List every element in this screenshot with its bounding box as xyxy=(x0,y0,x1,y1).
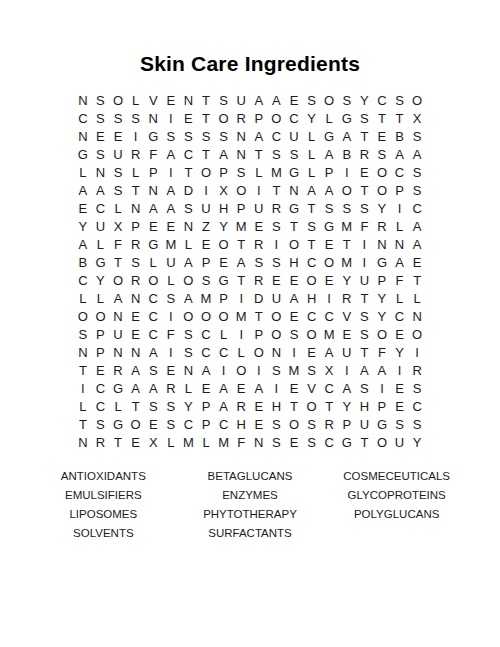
grid-cell: F xyxy=(356,217,374,235)
grid-cell: C xyxy=(320,434,338,452)
grid-cell: F xyxy=(391,271,409,289)
grid-cell: Y xyxy=(391,344,409,362)
grid-cell: T xyxy=(356,127,374,145)
grid-cell: E xyxy=(320,271,338,289)
grid-cell: S xyxy=(92,416,110,434)
grid-cell: T xyxy=(250,145,268,163)
grid-cell: T xyxy=(356,344,374,362)
grid-cell: O xyxy=(320,253,338,271)
grid-cell: M xyxy=(268,163,286,181)
grid-cell: A xyxy=(162,199,180,217)
grid-cell: O xyxy=(408,91,426,109)
grid-cell: F xyxy=(144,145,162,163)
grid-cell: A xyxy=(109,290,127,308)
grid-cell: A xyxy=(162,181,180,199)
grid-cell: C xyxy=(180,145,198,163)
grid-cell: A xyxy=(144,380,162,398)
grid-cell: S xyxy=(356,308,374,326)
grid-cell: E xyxy=(74,199,92,217)
grid-cell: P xyxy=(250,326,268,344)
grid-cell: I xyxy=(74,380,92,398)
grid-cell: E xyxy=(285,380,303,398)
grid-cell: N xyxy=(74,434,92,452)
grid-cell: S xyxy=(408,416,426,434)
grid-cell: I xyxy=(268,235,286,253)
grid-cell: C xyxy=(144,326,162,344)
grid-cell: E xyxy=(285,91,303,109)
grid-cell: S xyxy=(92,145,110,163)
grid-cell: T xyxy=(232,271,250,289)
grid-cell: C xyxy=(197,344,215,362)
grid-cell: A xyxy=(338,380,356,398)
grid-cell: L xyxy=(162,271,180,289)
grid-cell: P xyxy=(215,290,233,308)
grid-cell: E xyxy=(162,217,180,235)
grid-cell: A xyxy=(144,344,162,362)
grid-cell: E xyxy=(268,271,286,289)
grid-cell: I xyxy=(356,235,374,253)
grid-cell: R xyxy=(127,271,145,289)
grid-cell: S xyxy=(285,145,303,163)
grid-cell: C xyxy=(92,199,110,217)
grid-cell: C xyxy=(215,344,233,362)
grid-cell: M xyxy=(320,326,338,344)
grid-cell: A xyxy=(144,199,162,217)
grid-cell: A xyxy=(127,362,145,380)
grid-cell: C xyxy=(303,308,321,326)
grid-cell: M xyxy=(215,434,233,452)
grid-cell: L xyxy=(320,109,338,127)
grid-cell: T xyxy=(197,109,215,127)
grid-cell: C xyxy=(180,416,198,434)
grid-cell: R xyxy=(250,235,268,253)
grid-cell: L xyxy=(127,163,145,181)
grid-cell: T xyxy=(408,271,426,289)
grid-cell: Z xyxy=(197,217,215,235)
grid-cell: M xyxy=(232,217,250,235)
grid-cell: E xyxy=(232,380,250,398)
word-list-item: SURFACTANTS xyxy=(177,524,324,543)
grid-cell: S xyxy=(109,109,127,127)
grid-cell: T xyxy=(127,181,145,199)
grid-cell: U xyxy=(338,344,356,362)
grid-cell: S xyxy=(109,163,127,181)
grid-cell: P xyxy=(197,398,215,416)
grid-cell: M xyxy=(180,434,198,452)
word-list-item: ANTIOXIDANTS xyxy=(30,467,177,486)
grid-cell: I xyxy=(250,181,268,199)
grid-cell: L xyxy=(391,217,409,235)
grid-cell: A xyxy=(74,235,92,253)
grid-cell: I xyxy=(338,362,356,380)
grid-cell: O xyxy=(92,308,110,326)
grid-cell: I xyxy=(338,163,356,181)
grid-cell: P xyxy=(197,416,215,434)
grid-cell: E xyxy=(356,163,374,181)
grid-cell: E xyxy=(127,308,145,326)
grid-cell: I xyxy=(127,127,145,145)
word-search-worksheet: Skin Care Ingredients NSOLVENTSUAAESOSYC… xyxy=(0,0,500,647)
grid-cell: E xyxy=(92,127,110,145)
grid-cell: P xyxy=(215,163,233,181)
grid-cell: O xyxy=(144,271,162,289)
grid-cell: Y xyxy=(373,308,391,326)
grid-cell: E xyxy=(162,362,180,380)
grid-cell: L xyxy=(109,398,127,416)
grid-cell: S xyxy=(268,416,286,434)
grid-cell: Y xyxy=(356,91,374,109)
grid-cell: H xyxy=(268,398,286,416)
grid-cell: T xyxy=(268,181,286,199)
grid-cell: C xyxy=(92,398,110,416)
grid-cell: S xyxy=(320,199,338,217)
grid-cell: A xyxy=(127,380,145,398)
grid-cell: T xyxy=(74,416,92,434)
grid-cell: L xyxy=(127,91,145,109)
grid-cell: B xyxy=(74,253,92,271)
grid-cell: S xyxy=(408,127,426,145)
grid-cell: G xyxy=(215,271,233,289)
grid-cell: N xyxy=(180,362,198,380)
grid-cell: I xyxy=(320,290,338,308)
grid-cell: S xyxy=(303,217,321,235)
grid-cell: Y xyxy=(92,271,110,289)
grid-cell: N xyxy=(180,91,198,109)
grid-cell: E xyxy=(127,434,145,452)
grid-cell: V xyxy=(144,91,162,109)
grid-cell: S xyxy=(232,163,250,181)
grid-cell: N xyxy=(127,199,145,217)
grid-cell: S xyxy=(408,163,426,181)
grid-cell: I xyxy=(391,199,409,217)
grid-cell: C xyxy=(391,308,409,326)
grid-cell: C xyxy=(215,416,233,434)
grid-cell: N xyxy=(144,109,162,127)
grid-cell: P xyxy=(391,181,409,199)
grid-cell: D xyxy=(250,290,268,308)
grid-cell: M xyxy=(197,290,215,308)
grid-cell: E xyxy=(215,253,233,271)
grid-cell: L xyxy=(391,290,409,308)
grid-cell: G xyxy=(74,145,92,163)
grid-cell: S xyxy=(162,127,180,145)
grid-cell: P xyxy=(144,163,162,181)
grid-cell: O xyxy=(320,91,338,109)
grid-cell: R xyxy=(320,416,338,434)
grid-cell: N xyxy=(232,127,250,145)
word-list: ANTIOXIDANTSBETAGLUCANSCOSMECEUTICALSEMU… xyxy=(30,467,470,543)
grid-cell: S xyxy=(162,416,180,434)
grid-cell: P xyxy=(373,398,391,416)
grid-cell: E xyxy=(408,253,426,271)
grid-cell: T xyxy=(197,91,215,109)
grid-cell: Y xyxy=(303,109,321,127)
grid-cell: S xyxy=(303,434,321,452)
grid-cell: O xyxy=(303,398,321,416)
grid-cell: S xyxy=(215,127,233,145)
grid-cell: S xyxy=(180,344,198,362)
grid-cell: A xyxy=(162,145,180,163)
grid-cell: O xyxy=(215,235,233,253)
grid-cell: C xyxy=(268,127,286,145)
grid-cell: R xyxy=(408,362,426,380)
grid-cell: O xyxy=(215,308,233,326)
grid-cell: E xyxy=(320,235,338,253)
grid-cell: G xyxy=(144,235,162,253)
grid-cell: R xyxy=(109,362,127,380)
grid-cell: A xyxy=(232,253,250,271)
grid-cell: C xyxy=(74,109,92,127)
grid-cell: R xyxy=(250,271,268,289)
grid-cell: R xyxy=(232,109,250,127)
grid-cell: A xyxy=(74,181,92,199)
grid-cell: S xyxy=(268,253,286,271)
grid-cell: O xyxy=(232,362,250,380)
grid-cell: Y xyxy=(180,398,198,416)
grid-cell: E xyxy=(250,217,268,235)
grid-cell: T xyxy=(285,217,303,235)
grid-cell: S xyxy=(391,91,409,109)
grid-cell: L xyxy=(92,290,110,308)
grid-cell: E xyxy=(303,344,321,362)
grid-cell: S xyxy=(338,91,356,109)
grid-cell: L xyxy=(74,398,92,416)
grid-cell: S xyxy=(197,271,215,289)
grid-cell: G xyxy=(109,380,127,398)
grid-cell: E xyxy=(391,380,409,398)
grid-cell: X xyxy=(215,181,233,199)
grid-cell: D xyxy=(180,181,198,199)
grid-cell: X xyxy=(408,109,426,127)
grid-cell: A xyxy=(408,145,426,163)
grid-cell: A xyxy=(215,380,233,398)
grid-cell: I xyxy=(373,380,391,398)
grid-cell: A xyxy=(303,181,321,199)
grid-cell: O xyxy=(373,181,391,199)
grid-cell: N xyxy=(250,434,268,452)
grid-cell: I xyxy=(391,362,409,380)
grid-cell: E xyxy=(250,398,268,416)
word-list-item: PHYTOTHERAPY xyxy=(177,505,324,524)
grid-cell: O xyxy=(215,109,233,127)
grid-cell: S xyxy=(338,199,356,217)
grid-cell: Y xyxy=(373,290,391,308)
grid-cell: P xyxy=(92,344,110,362)
grid-cell: M xyxy=(338,217,356,235)
grid-cell: T xyxy=(338,235,356,253)
grid-cell: S xyxy=(356,109,374,127)
grid-cell: U xyxy=(285,127,303,145)
grid-cell: L xyxy=(215,326,233,344)
grid-cell: A xyxy=(391,145,409,163)
grid-cell: I xyxy=(162,344,180,362)
word-list-item: BETAGLUCANS xyxy=(177,467,324,486)
grid-cell: N xyxy=(232,145,250,163)
grid-cell: E xyxy=(285,434,303,452)
grid-cell: O xyxy=(408,326,426,344)
grid-cell: Y xyxy=(373,199,391,217)
grid-cell: G xyxy=(285,163,303,181)
grid-cell: P xyxy=(232,199,250,217)
grid-cell: R xyxy=(232,398,250,416)
grid-cell: N xyxy=(373,235,391,253)
grid-cell: O xyxy=(338,181,356,199)
grid-cell: O xyxy=(74,308,92,326)
grid-cell: S xyxy=(285,326,303,344)
grid-cell: T xyxy=(303,199,321,217)
grid-cell: T xyxy=(303,235,321,253)
grid-cell: F xyxy=(162,326,180,344)
grid-cell: O xyxy=(250,344,268,362)
grid-cell: S xyxy=(127,109,145,127)
grid-cell: I xyxy=(250,362,268,380)
grid-cell: A xyxy=(268,91,286,109)
grid-cell: E xyxy=(127,326,145,344)
grid-cell: L xyxy=(180,235,198,253)
grid-cell: H xyxy=(303,290,321,308)
grid-cell: U xyxy=(356,271,374,289)
grid-cell: A xyxy=(250,91,268,109)
grid-cell: A xyxy=(408,235,426,253)
grid-cell: O xyxy=(127,416,145,434)
grid-cell: I xyxy=(162,308,180,326)
grid-cell: Y xyxy=(215,217,233,235)
grid-cell: A xyxy=(320,145,338,163)
grid-cell: G xyxy=(373,416,391,434)
grid-cell: L xyxy=(162,434,180,452)
grid-cell: L xyxy=(232,344,250,362)
grid-cell: E xyxy=(285,308,303,326)
grid-cell: M xyxy=(338,253,356,271)
grid-cell: A xyxy=(92,181,110,199)
grid-cell: R xyxy=(356,145,374,163)
grid-cell: U xyxy=(197,199,215,217)
grid-cell: U xyxy=(109,326,127,344)
grid-cell: G xyxy=(320,127,338,145)
grid-cell: I xyxy=(232,326,250,344)
grid-cell: S xyxy=(303,91,321,109)
grid-cell: U xyxy=(232,91,250,109)
grid-cell: G xyxy=(373,253,391,271)
grid-cell: I xyxy=(356,253,374,271)
grid-cell: E xyxy=(391,326,409,344)
grid-cell: E xyxy=(144,217,162,235)
grid-cell: L xyxy=(74,290,92,308)
grid-cell: O xyxy=(180,308,198,326)
grid-cell: U xyxy=(250,199,268,217)
grid-cell: E xyxy=(162,91,180,109)
grid-cell: O xyxy=(303,271,321,289)
grid-cell: B xyxy=(391,127,409,145)
grid-cell: E xyxy=(92,362,110,380)
grid-cell: O xyxy=(197,308,215,326)
grid-cell: H xyxy=(356,398,374,416)
grid-cell: A xyxy=(215,398,233,416)
grid-cell: A xyxy=(338,127,356,145)
grid-cell: X xyxy=(320,362,338,380)
word-list-item: ENZYMES xyxy=(177,486,324,505)
grid-cell: O xyxy=(268,308,286,326)
grid-cell: A xyxy=(285,290,303,308)
grid-cell: S xyxy=(303,362,321,380)
grid-cell: O xyxy=(303,326,321,344)
grid-cell: I xyxy=(232,290,250,308)
grid-cell: V xyxy=(338,308,356,326)
grid-cell: C xyxy=(92,380,110,398)
grid-cell: E xyxy=(338,326,356,344)
grid-cell: S xyxy=(373,145,391,163)
grid-cell: P xyxy=(373,271,391,289)
grid-cell: P xyxy=(92,326,110,344)
grid-cell: S xyxy=(268,145,286,163)
grid-cell: R xyxy=(338,290,356,308)
grid-cell: I xyxy=(162,163,180,181)
grid-cell: N xyxy=(74,91,92,109)
grid-cell: T xyxy=(356,434,374,452)
grid-cell: H xyxy=(232,416,250,434)
grid-cell: I xyxy=(162,109,180,127)
grid-cell: S xyxy=(144,398,162,416)
grid-cell: L xyxy=(303,163,321,181)
grid-cell: M xyxy=(285,362,303,380)
grid-cell: N xyxy=(285,181,303,199)
grid-cell: A xyxy=(250,127,268,145)
grid-cell: H xyxy=(285,253,303,271)
grid-cell: U xyxy=(162,253,180,271)
grid-cell: M xyxy=(232,308,250,326)
grid-cell: T xyxy=(285,398,303,416)
grid-cell: A xyxy=(391,253,409,271)
grid-cell: L xyxy=(250,163,268,181)
grid-cell: R xyxy=(373,217,391,235)
word-list-item: COSMECEUTICALS xyxy=(323,467,470,486)
grid-cell: S xyxy=(215,91,233,109)
grid-cell: L xyxy=(303,145,321,163)
grid-cell: T xyxy=(391,109,409,127)
grid-cell: E xyxy=(197,380,215,398)
grid-cell: C xyxy=(373,91,391,109)
grid-cell: N xyxy=(180,217,198,235)
grid-cell: T xyxy=(232,235,250,253)
grid-cell: O xyxy=(373,326,391,344)
grid-cell: C xyxy=(197,326,215,344)
grid-cell: U xyxy=(268,290,286,308)
grid-cell: L xyxy=(74,163,92,181)
grid-cell: O xyxy=(180,271,198,289)
grid-cell: N xyxy=(144,181,162,199)
grid-cell: I xyxy=(285,344,303,362)
grid-cell: R xyxy=(92,434,110,452)
grid-cell: S xyxy=(74,326,92,344)
grid-cell: H xyxy=(215,199,233,217)
grid-cell: L xyxy=(109,199,127,217)
grid-cell: S xyxy=(268,362,286,380)
grid-cell: X xyxy=(109,217,127,235)
grid-cell: T xyxy=(320,398,338,416)
grid-cell: S xyxy=(197,127,215,145)
grid-cell: B xyxy=(338,145,356,163)
grid-cell: N xyxy=(109,308,127,326)
grid-cell: S xyxy=(180,199,198,217)
grid-cell: S xyxy=(268,217,286,235)
grid-cell: S xyxy=(162,290,180,308)
grid-cell: S xyxy=(180,127,198,145)
grid-cell: A xyxy=(250,380,268,398)
grid-cell: S xyxy=(109,181,127,199)
grid-cell: Y xyxy=(338,271,356,289)
grid-cell: E xyxy=(197,235,215,253)
grid-cell: U xyxy=(391,434,409,452)
